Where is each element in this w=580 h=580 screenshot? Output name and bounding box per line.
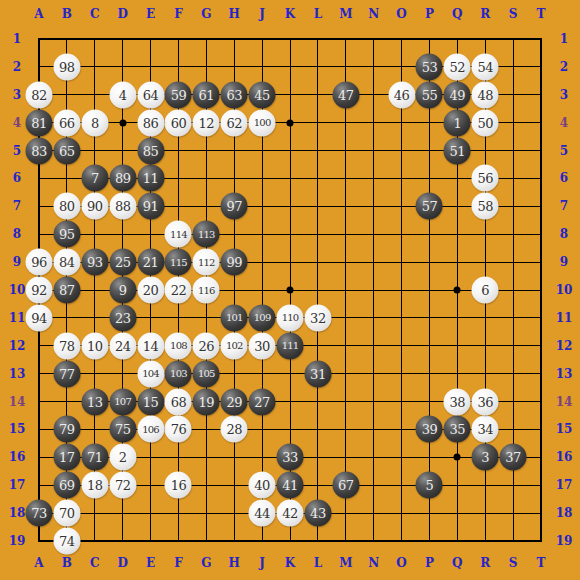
stone-white-104: 104 bbox=[137, 360, 164, 387]
move-number: 44 bbox=[254, 507, 270, 520]
move-number: 25 bbox=[115, 256, 131, 269]
go-board[interactable]: AABBCCDDEEFFGGHHJJKKLLMMNNOOPPQQRRSSTT11… bbox=[0, 0, 580, 580]
stone-black-75: 75 bbox=[109, 416, 136, 443]
move-number: 1 bbox=[453, 116, 461, 129]
move-number: 93 bbox=[87, 256, 103, 269]
stone-white-86: 86 bbox=[137, 109, 164, 136]
right-row-label-7: 7 bbox=[560, 200, 568, 212]
move-number: 37 bbox=[505, 451, 521, 464]
move-number: 6 bbox=[481, 284, 489, 297]
stone-black-19: 19 bbox=[193, 388, 220, 415]
move-number: 77 bbox=[59, 367, 75, 380]
move-number: 110 bbox=[282, 313, 299, 323]
move-number: 96 bbox=[31, 256, 47, 269]
stone-black-83: 83 bbox=[26, 137, 53, 164]
stone-white-110: 110 bbox=[277, 304, 304, 331]
move-number: 43 bbox=[310, 507, 326, 520]
grid-line-horizontal bbox=[38, 373, 542, 374]
left-row-label-14: 14 bbox=[9, 396, 26, 408]
move-number: 11 bbox=[143, 172, 159, 185]
stone-white-20: 20 bbox=[137, 277, 164, 304]
stone-black-93: 93 bbox=[81, 249, 108, 276]
bottom-column-label-C: C bbox=[90, 557, 100, 569]
right-row-label-4: 4 bbox=[560, 117, 568, 129]
left-row-label-4: 4 bbox=[13, 117, 21, 129]
move-number: 46 bbox=[394, 88, 410, 101]
move-number: 38 bbox=[450, 395, 466, 408]
move-number: 100 bbox=[254, 118, 271, 128]
move-number: 82 bbox=[31, 88, 47, 101]
stone-black-13: 13 bbox=[81, 388, 108, 415]
top-column-label-H: H bbox=[229, 8, 240, 20]
top-column-label-F: F bbox=[174, 8, 183, 20]
move-number: 33 bbox=[282, 451, 298, 464]
stone-black-1: 1 bbox=[444, 109, 471, 136]
stone-white-6: 6 bbox=[472, 277, 499, 304]
stone-white-64: 64 bbox=[137, 81, 164, 108]
move-number: 111 bbox=[282, 341, 299, 351]
move-number: 104 bbox=[142, 369, 159, 379]
top-column-label-S: S bbox=[509, 8, 518, 20]
move-number: 51 bbox=[450, 144, 466, 157]
stone-black-95: 95 bbox=[53, 221, 80, 248]
stone-black-105: 105 bbox=[193, 360, 220, 387]
move-number: 15 bbox=[143, 395, 159, 408]
top-column-label-P: P bbox=[425, 8, 434, 20]
stone-white-48: 48 bbox=[472, 81, 499, 108]
move-number: 48 bbox=[477, 88, 493, 101]
stone-white-10: 10 bbox=[81, 332, 108, 359]
top-column-label-A: A bbox=[34, 8, 43, 20]
right-row-label-11: 11 bbox=[556, 312, 573, 324]
move-number: 108 bbox=[170, 341, 187, 351]
star-point bbox=[287, 119, 294, 126]
stone-white-92: 92 bbox=[26, 277, 53, 304]
stone-black-39: 39 bbox=[416, 416, 443, 443]
stone-white-4: 4 bbox=[109, 81, 136, 108]
bottom-column-label-G: G bbox=[201, 557, 211, 569]
bottom-column-label-J: J bbox=[259, 557, 265, 569]
move-number: 31 bbox=[310, 367, 326, 380]
move-number: 99 bbox=[226, 256, 242, 269]
move-number: 24 bbox=[115, 339, 131, 352]
move-number: 39 bbox=[422, 423, 438, 436]
move-number: 80 bbox=[59, 200, 75, 213]
move-number: 8 bbox=[91, 116, 99, 129]
stone-black-91: 91 bbox=[137, 193, 164, 220]
stone-black-21: 21 bbox=[137, 249, 164, 276]
stone-black-17: 17 bbox=[53, 444, 80, 471]
move-number: 115 bbox=[170, 257, 187, 267]
move-number: 90 bbox=[87, 200, 103, 213]
stone-white-84: 84 bbox=[53, 249, 80, 276]
bottom-column-label-R: R bbox=[480, 557, 490, 569]
star-point bbox=[287, 287, 294, 294]
move-number: 30 bbox=[254, 339, 270, 352]
grid-line-vertical bbox=[429, 38, 430, 542]
move-number: 73 bbox=[31, 507, 47, 520]
move-number: 68 bbox=[171, 395, 187, 408]
bottom-column-label-S: S bbox=[509, 557, 518, 569]
stone-black-65: 65 bbox=[53, 137, 80, 164]
stone-black-107: 107 bbox=[109, 388, 136, 415]
star-point bbox=[119, 119, 126, 126]
stone-white-100: 100 bbox=[249, 109, 276, 136]
left-row-label-8: 8 bbox=[13, 228, 21, 240]
stone-black-85: 85 bbox=[137, 137, 164, 164]
left-row-label-10: 10 bbox=[9, 284, 26, 296]
right-row-label-15: 15 bbox=[556, 423, 573, 435]
move-number: 27 bbox=[254, 395, 270, 408]
move-number: 50 bbox=[477, 116, 493, 129]
stone-black-59: 59 bbox=[165, 81, 192, 108]
stone-white-108: 108 bbox=[165, 332, 192, 359]
move-number: 7 bbox=[91, 172, 99, 185]
stone-white-62: 62 bbox=[221, 109, 248, 136]
stone-white-98: 98 bbox=[53, 53, 80, 80]
stone-black-47: 47 bbox=[332, 81, 359, 108]
stone-white-88: 88 bbox=[109, 193, 136, 220]
stone-black-23: 23 bbox=[109, 304, 136, 331]
move-number: 95 bbox=[59, 228, 75, 241]
top-column-label-G: G bbox=[201, 8, 211, 20]
top-column-label-R: R bbox=[480, 8, 490, 20]
stone-black-9: 9 bbox=[109, 277, 136, 304]
stone-black-103: 103 bbox=[165, 360, 192, 387]
move-number: 97 bbox=[226, 200, 242, 213]
right-row-label-6: 6 bbox=[560, 172, 568, 184]
stone-black-115: 115 bbox=[165, 249, 192, 276]
left-row-label-6: 6 bbox=[13, 172, 21, 184]
bottom-column-label-O: O bbox=[396, 557, 406, 569]
stone-white-80: 80 bbox=[53, 193, 80, 220]
stone-white-36: 36 bbox=[472, 388, 499, 415]
left-row-label-9: 9 bbox=[13, 256, 21, 268]
bottom-column-label-L: L bbox=[314, 557, 322, 569]
stone-white-26: 26 bbox=[193, 332, 220, 359]
move-number: 2 bbox=[119, 451, 127, 464]
bottom-column-label-A: A bbox=[34, 557, 43, 569]
stone-black-99: 99 bbox=[221, 249, 248, 276]
move-number: 88 bbox=[115, 200, 131, 213]
move-number: 56 bbox=[477, 172, 493, 185]
left-row-label-12: 12 bbox=[9, 340, 26, 352]
stone-white-58: 58 bbox=[472, 193, 499, 220]
stone-black-63: 63 bbox=[221, 81, 248, 108]
bottom-column-label-H: H bbox=[229, 557, 240, 569]
right-row-label-3: 3 bbox=[560, 89, 568, 101]
right-row-label-10: 10 bbox=[556, 284, 573, 296]
stone-white-32: 32 bbox=[304, 304, 331, 331]
stone-white-72: 72 bbox=[109, 472, 136, 499]
move-number: 29 bbox=[226, 395, 242, 408]
move-number: 105 bbox=[198, 369, 215, 379]
stone-white-56: 56 bbox=[472, 165, 499, 192]
top-column-label-C: C bbox=[90, 8, 100, 20]
right-row-label-16: 16 bbox=[556, 451, 573, 463]
move-number: 59 bbox=[171, 88, 187, 101]
left-row-label-18: 18 bbox=[9, 507, 26, 519]
top-column-label-O: O bbox=[396, 8, 406, 20]
top-column-label-J: J bbox=[259, 8, 265, 20]
top-column-label-E: E bbox=[146, 8, 155, 20]
move-number: 12 bbox=[199, 116, 215, 129]
move-number: 109 bbox=[254, 313, 271, 323]
move-number: 54 bbox=[477, 60, 493, 73]
move-number: 86 bbox=[143, 116, 159, 129]
stone-white-68: 68 bbox=[165, 388, 192, 415]
move-number: 62 bbox=[226, 116, 242, 129]
right-row-label-8: 8 bbox=[560, 228, 568, 240]
stone-white-96: 96 bbox=[26, 249, 53, 276]
move-number: 113 bbox=[198, 229, 215, 239]
stone-white-66: 66 bbox=[53, 109, 80, 136]
right-row-label-9: 9 bbox=[560, 256, 568, 268]
move-number: 72 bbox=[115, 479, 131, 492]
move-number: 4 bbox=[119, 88, 127, 101]
top-column-label-K: K bbox=[285, 8, 295, 20]
move-number: 98 bbox=[59, 60, 75, 73]
move-number: 83 bbox=[31, 144, 47, 157]
move-number: 32 bbox=[310, 311, 326, 324]
right-row-label-19: 19 bbox=[556, 535, 573, 547]
stone-white-40: 40 bbox=[249, 472, 276, 499]
move-number: 89 bbox=[115, 172, 131, 185]
stone-white-44: 44 bbox=[249, 500, 276, 527]
stone-white-14: 14 bbox=[137, 332, 164, 359]
move-number: 23 bbox=[115, 311, 131, 324]
move-number: 65 bbox=[59, 144, 75, 157]
stone-white-28: 28 bbox=[221, 416, 248, 443]
move-number: 114 bbox=[170, 229, 187, 239]
move-number: 14 bbox=[143, 339, 159, 352]
stone-black-51: 51 bbox=[444, 137, 471, 164]
move-number: 47 bbox=[338, 88, 354, 101]
stone-black-101: 101 bbox=[221, 304, 248, 331]
left-row-label-5: 5 bbox=[13, 145, 21, 157]
stone-black-77: 77 bbox=[53, 360, 80, 387]
bottom-column-label-D: D bbox=[117, 557, 127, 569]
stone-black-111: 111 bbox=[277, 332, 304, 359]
star-point bbox=[454, 454, 461, 461]
stone-white-30: 30 bbox=[249, 332, 276, 359]
top-column-label-B: B bbox=[62, 8, 72, 20]
move-number: 75 bbox=[115, 423, 131, 436]
move-number: 3 bbox=[481, 451, 489, 464]
left-row-label-16: 16 bbox=[9, 451, 26, 463]
move-number: 9 bbox=[119, 284, 127, 297]
stone-black-11: 11 bbox=[137, 165, 164, 192]
stone-black-35: 35 bbox=[444, 416, 471, 443]
stone-white-52: 52 bbox=[444, 53, 471, 80]
move-number: 92 bbox=[31, 284, 47, 297]
right-row-label-17: 17 bbox=[556, 479, 573, 491]
stone-black-37: 37 bbox=[500, 444, 527, 471]
stone-white-102: 102 bbox=[221, 332, 248, 359]
move-number: 71 bbox=[87, 451, 103, 464]
left-row-label-2: 2 bbox=[13, 61, 21, 73]
left-row-label-19: 19 bbox=[9, 535, 26, 547]
move-number: 45 bbox=[254, 88, 270, 101]
stone-white-16: 16 bbox=[165, 472, 192, 499]
stone-black-73: 73 bbox=[26, 500, 53, 527]
move-number: 26 bbox=[199, 339, 215, 352]
move-number: 101 bbox=[226, 313, 243, 323]
stone-white-34: 34 bbox=[472, 416, 499, 443]
stone-black-3: 3 bbox=[472, 444, 499, 471]
stone-white-106: 106 bbox=[137, 416, 164, 443]
stone-black-15: 15 bbox=[137, 388, 164, 415]
move-number: 49 bbox=[450, 88, 466, 101]
grid-line-vertical bbox=[345, 38, 346, 542]
move-number: 35 bbox=[450, 423, 466, 436]
move-number: 18 bbox=[87, 479, 103, 492]
stone-white-54: 54 bbox=[472, 53, 499, 80]
bottom-column-label-P: P bbox=[425, 557, 434, 569]
stone-black-7: 7 bbox=[81, 165, 108, 192]
right-row-label-14: 14 bbox=[556, 396, 573, 408]
top-column-label-Q: Q bbox=[452, 8, 462, 20]
move-number: 13 bbox=[87, 395, 103, 408]
move-number: 61 bbox=[199, 88, 215, 101]
right-row-label-18: 18 bbox=[556, 507, 573, 519]
move-number: 42 bbox=[282, 507, 298, 520]
move-number: 60 bbox=[171, 116, 187, 129]
stone-white-46: 46 bbox=[388, 81, 415, 108]
move-number: 94 bbox=[31, 311, 47, 324]
left-row-label-7: 7 bbox=[13, 200, 21, 212]
bottom-column-label-E: E bbox=[146, 557, 155, 569]
move-number: 87 bbox=[59, 284, 75, 297]
right-row-label-1: 1 bbox=[560, 33, 568, 45]
stone-black-71: 71 bbox=[81, 444, 108, 471]
right-row-label-12: 12 bbox=[556, 340, 573, 352]
star-point bbox=[454, 287, 461, 294]
stone-black-45: 45 bbox=[249, 81, 276, 108]
stone-white-76: 76 bbox=[165, 416, 192, 443]
stone-white-2: 2 bbox=[109, 444, 136, 471]
stone-black-41: 41 bbox=[277, 472, 304, 499]
move-number: 74 bbox=[59, 535, 75, 548]
stone-black-61: 61 bbox=[193, 81, 220, 108]
top-column-label-T: T bbox=[537, 8, 546, 20]
bottom-column-label-B: B bbox=[62, 557, 72, 569]
stone-black-67: 67 bbox=[332, 472, 359, 499]
move-number: 34 bbox=[477, 423, 493, 436]
move-number: 20 bbox=[143, 284, 159, 297]
stone-white-74: 74 bbox=[53, 528, 80, 555]
stone-black-109: 109 bbox=[249, 304, 276, 331]
move-number: 69 bbox=[59, 479, 75, 492]
stone-black-33: 33 bbox=[277, 444, 304, 471]
move-number: 36 bbox=[477, 395, 493, 408]
move-number: 28 bbox=[226, 423, 242, 436]
stone-black-87: 87 bbox=[53, 277, 80, 304]
grid-line-vertical bbox=[317, 38, 318, 542]
stone-white-38: 38 bbox=[444, 388, 471, 415]
stone-black-29: 29 bbox=[221, 388, 248, 415]
move-number: 85 bbox=[143, 144, 159, 157]
stone-white-22: 22 bbox=[165, 277, 192, 304]
top-column-label-N: N bbox=[368, 8, 379, 20]
move-number: 17 bbox=[59, 451, 75, 464]
right-row-label-13: 13 bbox=[556, 368, 573, 380]
grid-line-vertical bbox=[540, 38, 542, 542]
bottom-column-label-Q: Q bbox=[452, 557, 462, 569]
stone-black-79: 79 bbox=[53, 416, 80, 443]
move-number: 53 bbox=[422, 60, 438, 73]
move-number: 52 bbox=[450, 60, 466, 73]
stone-black-113: 113 bbox=[193, 221, 220, 248]
move-number: 63 bbox=[226, 88, 242, 101]
stone-white-60: 60 bbox=[165, 109, 192, 136]
stone-white-42: 42 bbox=[277, 500, 304, 527]
move-number: 84 bbox=[59, 256, 75, 269]
grid-line-vertical bbox=[373, 38, 374, 542]
stone-black-27: 27 bbox=[249, 388, 276, 415]
grid-line-vertical bbox=[401, 38, 402, 542]
bottom-column-label-F: F bbox=[174, 557, 183, 569]
right-row-label-5: 5 bbox=[560, 145, 568, 157]
move-number: 57 bbox=[422, 200, 438, 213]
move-number: 67 bbox=[338, 479, 354, 492]
move-number: 58 bbox=[477, 200, 493, 213]
left-row-label-15: 15 bbox=[9, 423, 26, 435]
move-number: 40 bbox=[254, 479, 270, 492]
move-number: 16 bbox=[171, 479, 187, 492]
move-number: 41 bbox=[282, 479, 298, 492]
move-number: 64 bbox=[143, 88, 159, 101]
move-number: 76 bbox=[171, 423, 187, 436]
grid-line-horizontal bbox=[38, 540, 542, 542]
stone-white-18: 18 bbox=[81, 472, 108, 499]
stone-white-50: 50 bbox=[472, 109, 499, 136]
stone-black-31: 31 bbox=[304, 360, 331, 387]
stone-white-82: 82 bbox=[26, 81, 53, 108]
right-row-label-2: 2 bbox=[560, 61, 568, 73]
move-number: 116 bbox=[198, 285, 215, 295]
stone-white-70: 70 bbox=[53, 500, 80, 527]
stone-white-94: 94 bbox=[26, 304, 53, 331]
stone-black-81: 81 bbox=[26, 109, 53, 136]
move-number: 107 bbox=[114, 397, 131, 407]
stone-black-69: 69 bbox=[53, 472, 80, 499]
move-number: 79 bbox=[59, 423, 75, 436]
move-number: 19 bbox=[199, 395, 215, 408]
move-number: 21 bbox=[143, 256, 159, 269]
left-row-label-11: 11 bbox=[9, 312, 26, 324]
stone-white-78: 78 bbox=[53, 332, 80, 359]
stone-black-97: 97 bbox=[221, 193, 248, 220]
move-number: 22 bbox=[171, 284, 187, 297]
stone-white-8: 8 bbox=[81, 109, 108, 136]
move-number: 103 bbox=[170, 369, 187, 379]
move-number: 10 bbox=[87, 339, 103, 352]
move-number: 81 bbox=[31, 116, 47, 129]
move-number: 102 bbox=[226, 341, 243, 351]
move-number: 78 bbox=[59, 339, 75, 352]
stone-white-90: 90 bbox=[81, 193, 108, 220]
move-number: 112 bbox=[198, 257, 215, 267]
stone-white-112: 112 bbox=[193, 249, 220, 276]
stone-black-89: 89 bbox=[109, 165, 136, 192]
stone-white-12: 12 bbox=[193, 109, 220, 136]
top-column-label-L: L bbox=[314, 8, 322, 20]
left-row-label-13: 13 bbox=[9, 368, 26, 380]
bottom-column-label-M: M bbox=[339, 557, 352, 569]
move-number: 66 bbox=[59, 116, 75, 129]
stone-white-114: 114 bbox=[165, 221, 192, 248]
